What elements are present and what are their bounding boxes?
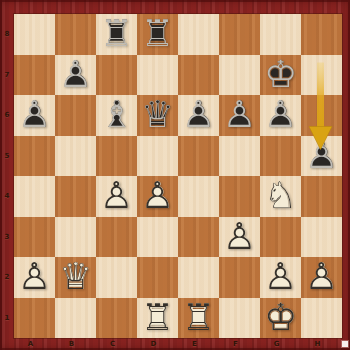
square-a1[interactable] <box>14 298 55 339</box>
piece-white-rook[interactable]: ♜♖ <box>137 298 178 339</box>
square-f7[interactable] <box>219 55 260 96</box>
square-c8[interactable]: ♜♖ <box>96 14 137 55</box>
square-c1[interactable] <box>96 298 137 339</box>
piece-black-queen[interactable]: ♛♕ <box>137 95 178 136</box>
square-e2[interactable] <box>178 257 219 298</box>
square-b4[interactable] <box>55 176 96 217</box>
file-label-a: A <box>21 340 41 348</box>
square-e5[interactable] <box>178 136 219 177</box>
square-e3[interactable] <box>178 217 219 258</box>
square-h8[interactable] <box>301 14 342 55</box>
square-b7[interactable]: ♟♙ <box>55 55 96 96</box>
square-b3[interactable] <box>55 217 96 258</box>
square-c6[interactable]: ♝♗ <box>96 95 137 136</box>
square-h1[interactable] <box>301 298 342 339</box>
file-label-d: D <box>144 340 164 348</box>
piece-white-knight[interactable]: ♞♘ <box>260 176 301 217</box>
rank-label-1: 1 <box>0 314 14 322</box>
square-h6[interactable] <box>301 95 342 136</box>
square-a3[interactable] <box>14 217 55 258</box>
piece-white-pawn[interactable]: ♟♙ <box>137 176 178 217</box>
square-f1[interactable] <box>219 298 260 339</box>
piece-white-queen[interactable]: ♛♕ <box>55 257 96 298</box>
square-e4[interactable] <box>178 176 219 217</box>
square-f2[interactable] <box>219 257 260 298</box>
rank-label-4: 4 <box>0 192 14 200</box>
square-a8[interactable] <box>14 14 55 55</box>
square-a4[interactable] <box>14 176 55 217</box>
square-f8[interactable] <box>219 14 260 55</box>
square-h7[interactable] <box>301 55 342 96</box>
square-e8[interactable] <box>178 14 219 55</box>
square-d2[interactable] <box>137 257 178 298</box>
piece-black-pawn[interactable]: ♟♙ <box>55 55 96 96</box>
square-g5[interactable] <box>260 136 301 177</box>
square-c4[interactable]: ♟♙ <box>96 176 137 217</box>
square-d4[interactable]: ♟♙ <box>137 176 178 217</box>
piece-black-king[interactable]: ♚♔ <box>260 55 301 96</box>
square-f4[interactable] <box>219 176 260 217</box>
square-g4[interactable]: ♞♘ <box>260 176 301 217</box>
rank-label-5: 5 <box>0 152 14 160</box>
square-e1[interactable]: ♜♖ <box>178 298 219 339</box>
square-d5[interactable] <box>137 136 178 177</box>
piece-white-pawn[interactable]: ♟♙ <box>301 257 342 298</box>
square-c2[interactable] <box>96 257 137 298</box>
piece-black-pawn[interactable]: ♟♙ <box>301 136 342 177</box>
rank-label-2: 2 <box>0 273 14 281</box>
rank-label-8: 8 <box>0 30 14 38</box>
square-a2[interactable]: ♟♙ <box>14 257 55 298</box>
square-b8[interactable] <box>55 14 96 55</box>
square-d6[interactable]: ♛♕ <box>137 95 178 136</box>
file-label-e: E <box>185 340 205 348</box>
file-label-f: F <box>226 340 246 348</box>
square-d1[interactable]: ♜♖ <box>137 298 178 339</box>
file-label-c: C <box>103 340 123 348</box>
square-g7[interactable]: ♚♔ <box>260 55 301 96</box>
square-c3[interactable] <box>96 217 137 258</box>
piece-white-pawn[interactable]: ♟♙ <box>260 257 301 298</box>
square-c7[interactable] <box>96 55 137 96</box>
square-b2[interactable]: ♛♕ <box>55 257 96 298</box>
piece-white-king[interactable]: ♚♔ <box>260 298 301 339</box>
square-e7[interactable] <box>178 55 219 96</box>
square-d7[interactable] <box>137 55 178 96</box>
square-h5[interactable]: ♟♙ <box>301 136 342 177</box>
square-a5[interactable] <box>14 136 55 177</box>
square-f5[interactable] <box>219 136 260 177</box>
piece-black-pawn[interactable]: ♟♙ <box>260 95 301 136</box>
square-b6[interactable] <box>55 95 96 136</box>
square-b1[interactable] <box>55 298 96 339</box>
piece-white-pawn[interactable]: ♟♙ <box>14 257 55 298</box>
rank-label-6: 6 <box>0 111 14 119</box>
chess-board: ♜♖♜♖♟♙♚♔♟♙♝♗♛♕♟♙♟♙♟♙♟♙♟♙♟♙♞♘♟♙♟♙♛♕♟♙♟♙♜♖… <box>14 14 342 338</box>
piece-black-pawn[interactable]: ♟♙ <box>14 95 55 136</box>
piece-white-pawn[interactable]: ♟♙ <box>96 176 137 217</box>
square-f3[interactable]: ♟♙ <box>219 217 260 258</box>
file-label-g: G <box>267 340 287 348</box>
chess-board-frame: 87654321 ♜♖♜♖♟♙♚♔♟♙♝♗♛♕♟♙♟♙♟♙♟♙♟♙♟♙♞♘♟♙♟… <box>0 0 350 350</box>
piece-black-rook[interactable]: ♜♖ <box>96 14 137 55</box>
file-label-h: H <box>308 340 328 348</box>
piece-white-pawn[interactable]: ♟♙ <box>219 217 260 258</box>
file-label-b: B <box>62 340 82 348</box>
square-g2[interactable]: ♟♙ <box>260 257 301 298</box>
square-g1[interactable]: ♚♔ <box>260 298 301 339</box>
square-g3[interactable] <box>260 217 301 258</box>
square-g6[interactable]: ♟♙ <box>260 95 301 136</box>
piece-black-rook[interactable]: ♜♖ <box>137 14 178 55</box>
piece-black-bishop[interactable]: ♝♗ <box>96 95 137 136</box>
square-g8[interactable] <box>260 14 301 55</box>
square-d3[interactable] <box>137 217 178 258</box>
rank-label-7: 7 <box>0 71 14 79</box>
square-c5[interactable] <box>96 136 137 177</box>
square-a7[interactable] <box>14 55 55 96</box>
piece-black-pawn[interactable]: ♟♙ <box>178 95 219 136</box>
square-d8[interactable]: ♜♖ <box>137 14 178 55</box>
corner-marker <box>342 341 348 347</box>
square-h3[interactable] <box>301 217 342 258</box>
square-h4[interactable] <box>301 176 342 217</box>
square-h2[interactable]: ♟♙ <box>301 257 342 298</box>
piece-black-pawn[interactable]: ♟♙ <box>219 95 260 136</box>
square-f6[interactable]: ♟♙ <box>219 95 260 136</box>
square-b5[interactable] <box>55 136 96 177</box>
square-a6[interactable]: ♟♙ <box>14 95 55 136</box>
piece-white-rook[interactable]: ♜♖ <box>178 298 219 339</box>
square-e6[interactable]: ♟♙ <box>178 95 219 136</box>
rank-label-3: 3 <box>0 233 14 241</box>
